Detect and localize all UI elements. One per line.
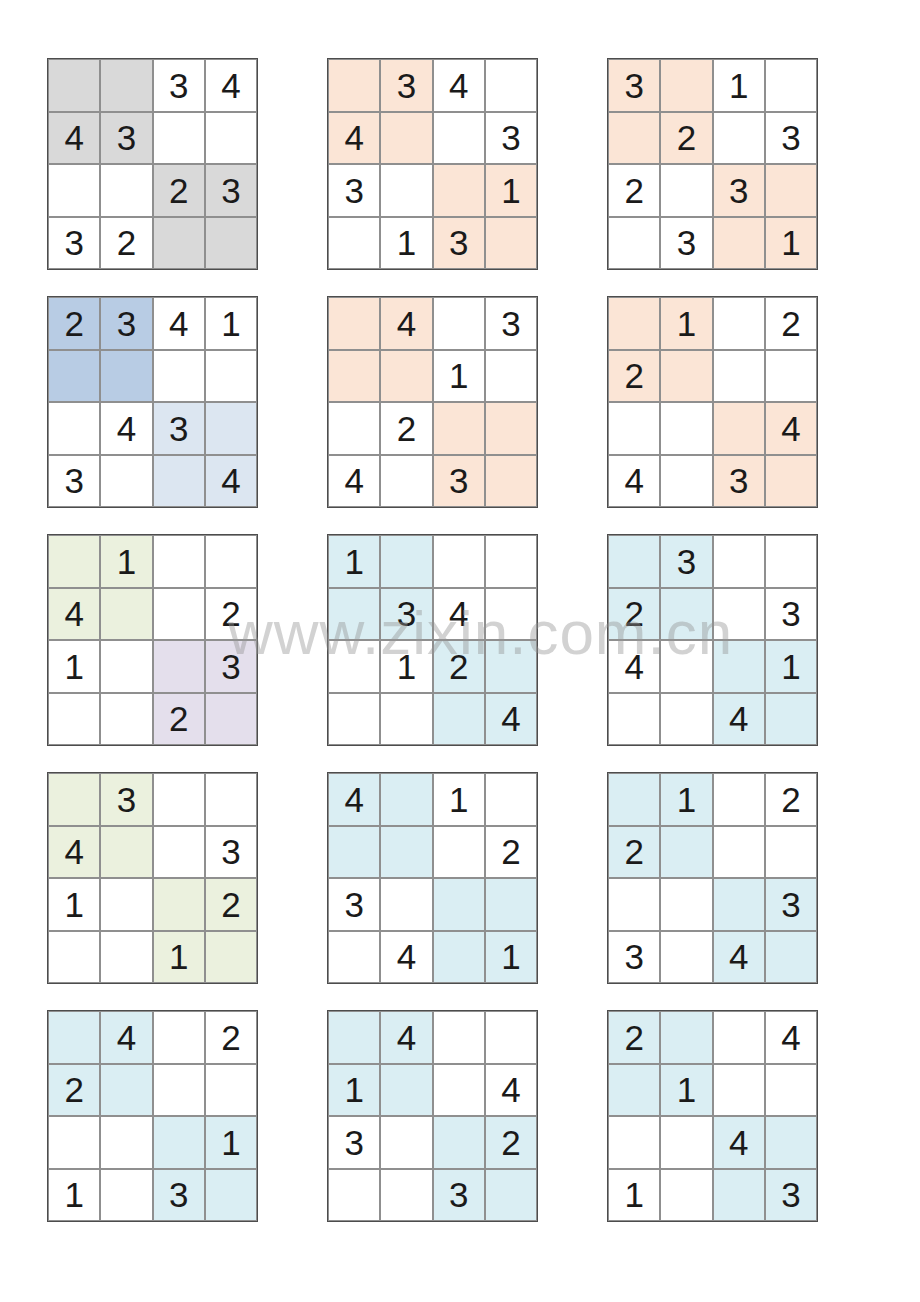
board4-cell-r2c1 (48, 350, 100, 403)
board15-cell-r3c2 (660, 1116, 712, 1169)
board12-cell-r1c4: 2 (765, 773, 817, 826)
board9-cell-r4c3: 4 (713, 693, 765, 746)
board14-cell-r4c1 (328, 1169, 380, 1222)
board7-cell-r4c4 (205, 693, 257, 746)
board13-cell-r3c2 (100, 1116, 152, 1169)
board4-cell-r1c4: 1 (205, 297, 257, 350)
board1-cell-r1c2 (100, 59, 152, 112)
board4-cell-r3c1 (48, 402, 100, 455)
board13-cell-r1c2: 4 (100, 1011, 152, 1064)
board14-cell-r2c1: 1 (328, 1064, 380, 1117)
board12-cell-r3c2 (660, 878, 712, 931)
board8-cell-r4c3 (433, 693, 485, 746)
board14-cell-r1c3 (433, 1011, 485, 1064)
board10-cell-r3c4: 2 (205, 878, 257, 931)
board15-cell-r1c4: 4 (765, 1011, 817, 1064)
board7-cell-r1c4 (205, 535, 257, 588)
board5-cell-r3c3 (433, 402, 485, 455)
board4-cell-r1c2: 3 (100, 297, 152, 350)
board8-cell-r1c3 (433, 535, 485, 588)
board15-cell-r4c1: 1 (608, 1169, 660, 1222)
board14-cell-r3c4: 2 (485, 1116, 537, 1169)
board14-cell-r2c2 (380, 1064, 432, 1117)
board3-cell-r4c3 (713, 217, 765, 270)
board6-cell-r4c1: 4 (608, 455, 660, 508)
board7-cell-r3c1: 1 (48, 640, 100, 693)
board11-cell-r3c1: 3 (328, 878, 380, 931)
board8-cell-r1c1: 1 (328, 535, 380, 588)
board10-cell-r1c3 (153, 773, 205, 826)
board13-cell-r4c3: 3 (153, 1169, 205, 1222)
board13-cell-r3c4: 1 (205, 1116, 257, 1169)
board1-cell-r2c2: 3 (100, 112, 152, 165)
board2-cell-r1c2: 3 (380, 59, 432, 112)
board13-cell-r2c3 (153, 1064, 205, 1117)
board9-cell-r1c3 (713, 535, 765, 588)
board10-cell-r2c1: 4 (48, 826, 100, 879)
sudoku-board-8: 134124 (327, 534, 538, 746)
board9-cell-r3c4: 1 (765, 640, 817, 693)
board6-cell-r1c3 (713, 297, 765, 350)
board8-cell-r4c2 (380, 693, 432, 746)
board3-cell-r4c1 (608, 217, 660, 270)
board11-cell-r2c1 (328, 826, 380, 879)
board12-cell-r2c4 (765, 826, 817, 879)
board10-cell-r1c4 (205, 773, 257, 826)
board1-cell-r3c4: 3 (205, 164, 257, 217)
board2-cell-r1c3: 4 (433, 59, 485, 112)
board2-cell-r2c2 (380, 112, 432, 165)
board15-cell-r2c1 (608, 1064, 660, 1117)
board14-cell-r4c3: 3 (433, 1169, 485, 1222)
board8-cell-r2c2: 3 (380, 588, 432, 641)
board14-cell-r4c2 (380, 1169, 432, 1222)
board7-cell-r3c2 (100, 640, 152, 693)
board2-cell-r4c2: 1 (380, 217, 432, 270)
board5-cell-r2c2 (380, 350, 432, 403)
board14-cell-r2c3 (433, 1064, 485, 1117)
board13-cell-r2c2 (100, 1064, 152, 1117)
board3-cell-r3c3: 3 (713, 164, 765, 217)
board6-cell-r4c2 (660, 455, 712, 508)
board5-cell-r3c4 (485, 402, 537, 455)
board9-cell-r2c1: 2 (608, 588, 660, 641)
board11-cell-r3c4 (485, 878, 537, 931)
board7-cell-r2c1: 4 (48, 588, 100, 641)
board15-cell-r3c4 (765, 1116, 817, 1169)
board5-cell-r2c1 (328, 350, 380, 403)
board2-cell-r4c3: 3 (433, 217, 485, 270)
board2-cell-r3c4: 1 (485, 164, 537, 217)
board7-cell-r1c2: 1 (100, 535, 152, 588)
sudoku-board-1: 34432332 (47, 58, 258, 270)
board6-cell-r4c3: 3 (713, 455, 765, 508)
sudoku-board-5: 431243 (327, 296, 538, 508)
board9-cell-r4c4 (765, 693, 817, 746)
board1-cell-r1c3: 3 (153, 59, 205, 112)
board13-cell-r4c4 (205, 1169, 257, 1222)
board1-cell-r2c1: 4 (48, 112, 100, 165)
board9-cell-r4c2 (660, 693, 712, 746)
board13-cell-r4c1: 1 (48, 1169, 100, 1222)
board15-cell-r2c3 (713, 1064, 765, 1117)
worksheet: 3443233234433113312323312341433443124312… (47, 58, 818, 1222)
sudoku-board-3: 31232331 (607, 58, 818, 270)
board11-cell-r4c2: 4 (380, 931, 432, 984)
board15-cell-r4c3 (713, 1169, 765, 1222)
board3-cell-r4c4: 1 (765, 217, 817, 270)
board5-cell-r3c2: 2 (380, 402, 432, 455)
board7-cell-r2c2 (100, 588, 152, 641)
board12-cell-r4c4 (765, 931, 817, 984)
board11-cell-r4c3 (433, 931, 485, 984)
board5-cell-r2c4 (485, 350, 537, 403)
board12-cell-r3c1 (608, 878, 660, 931)
board11-cell-r3c3 (433, 878, 485, 931)
board13-cell-r4c2 (100, 1169, 152, 1222)
board9-cell-r1c1 (608, 535, 660, 588)
board8-cell-r4c1 (328, 693, 380, 746)
sudoku-board-9: 323414 (607, 534, 818, 746)
board7-cell-r4c2 (100, 693, 152, 746)
board5-cell-r1c3 (433, 297, 485, 350)
board3-cell-r3c1: 2 (608, 164, 660, 217)
board14-cell-r1c4 (485, 1011, 537, 1064)
board11-cell-r4c4: 1 (485, 931, 537, 984)
board3-cell-r2c4: 3 (765, 112, 817, 165)
board2-cell-r2c1: 4 (328, 112, 380, 165)
board1-cell-r4c1: 3 (48, 217, 100, 270)
board15-cell-r3c3: 4 (713, 1116, 765, 1169)
board8-cell-r3c3: 2 (433, 640, 485, 693)
board13-cell-r1c4: 2 (205, 1011, 257, 1064)
board4-cell-r4c1: 3 (48, 455, 100, 508)
board2-cell-r3c1: 3 (328, 164, 380, 217)
board2-cell-r3c3 (433, 164, 485, 217)
board3-cell-r2c1 (608, 112, 660, 165)
board1-cell-r3c1 (48, 164, 100, 217)
board1-cell-r4c2: 2 (100, 217, 152, 270)
board8-cell-r3c1 (328, 640, 380, 693)
board12-cell-r1c1 (608, 773, 660, 826)
board4-cell-r2c3 (153, 350, 205, 403)
board12-cell-r2c3 (713, 826, 765, 879)
board7-cell-r4c1 (48, 693, 100, 746)
board3-cell-r1c3: 1 (713, 59, 765, 112)
board1-cell-r3c2 (100, 164, 152, 217)
board2-cell-r2c4: 3 (485, 112, 537, 165)
board4-cell-r4c2 (100, 455, 152, 508)
board10-cell-r1c1 (48, 773, 100, 826)
board2-cell-r3c2 (380, 164, 432, 217)
board1-cell-r2c4 (205, 112, 257, 165)
board8-cell-r4c4: 4 (485, 693, 537, 746)
board4-cell-r1c3: 4 (153, 297, 205, 350)
board6-cell-r2c4 (765, 350, 817, 403)
board15-cell-r4c2 (660, 1169, 712, 1222)
board14-cell-r1c1 (328, 1011, 380, 1064)
board5-cell-r4c1: 4 (328, 455, 380, 508)
board12-cell-r2c2 (660, 826, 712, 879)
board12-cell-r4c1: 3 (608, 931, 660, 984)
board6-cell-r4c4 (765, 455, 817, 508)
board11-cell-r2c4: 2 (485, 826, 537, 879)
board12-cell-r3c3 (713, 878, 765, 931)
board10-cell-r3c3 (153, 878, 205, 931)
board14-cell-r3c2 (380, 1116, 432, 1169)
board14-cell-r3c1: 3 (328, 1116, 380, 1169)
board10-cell-r1c2: 3 (100, 773, 152, 826)
board3-cell-r2c3 (713, 112, 765, 165)
board6-cell-r1c1 (608, 297, 660, 350)
board8-cell-r3c2: 1 (380, 640, 432, 693)
board10-cell-r3c2 (100, 878, 152, 931)
board6-cell-r3c3 (713, 402, 765, 455)
board14-cell-r4c4 (485, 1169, 537, 1222)
board7-cell-r3c4: 3 (205, 640, 257, 693)
board15-cell-r2c2: 1 (660, 1064, 712, 1117)
board11-cell-r4c1 (328, 931, 380, 984)
board10-cell-r2c4: 3 (205, 826, 257, 879)
board11-cell-r1c4 (485, 773, 537, 826)
board12-cell-r4c2 (660, 931, 712, 984)
board5-cell-r4c2 (380, 455, 432, 508)
board11-cell-r1c1: 4 (328, 773, 380, 826)
board6-cell-r2c3 (713, 350, 765, 403)
board4-cell-r3c4 (205, 402, 257, 455)
sudoku-board-6: 122443 (607, 296, 818, 508)
board3-cell-r1c2 (660, 59, 712, 112)
board2-cell-r2c3 (433, 112, 485, 165)
board14-cell-r2c4: 4 (485, 1064, 537, 1117)
board3-cell-r2c2: 2 (660, 112, 712, 165)
board11-cell-r1c3: 1 (433, 773, 485, 826)
board8-cell-r1c2 (380, 535, 432, 588)
board8-cell-r2c3: 4 (433, 588, 485, 641)
board5-cell-r3c1 (328, 402, 380, 455)
board13-cell-r2c1: 2 (48, 1064, 100, 1117)
sudoku-board-12: 122334 (607, 772, 818, 984)
board1-cell-r4c4 (205, 217, 257, 270)
board6-cell-r1c2: 1 (660, 297, 712, 350)
board9-cell-r3c1: 4 (608, 640, 660, 693)
sudoku-board-15: 241413 (607, 1010, 818, 1222)
board5-cell-r4c3: 3 (433, 455, 485, 508)
board11-cell-r3c2 (380, 878, 432, 931)
board10-cell-r2c2 (100, 826, 152, 879)
board1-cell-r4c3 (153, 217, 205, 270)
board12-cell-r1c3 (713, 773, 765, 826)
board4-cell-r1c1: 2 (48, 297, 100, 350)
board2-cell-r4c4 (485, 217, 537, 270)
board2-cell-r1c4 (485, 59, 537, 112)
board3-cell-r3c4 (765, 164, 817, 217)
sudoku-board-2: 34433113 (327, 58, 538, 270)
board9-cell-r2c4: 3 (765, 588, 817, 641)
board11-cell-r2c3 (433, 826, 485, 879)
board2-cell-r4c1 (328, 217, 380, 270)
board11-cell-r2c2 (380, 826, 432, 879)
board2-cell-r1c1 (328, 59, 380, 112)
board9-cell-r1c4 (765, 535, 817, 588)
board10-cell-r4c2 (100, 931, 152, 984)
sudoku-board-14: 414323 (327, 1010, 538, 1222)
board9-cell-r3c3 (713, 640, 765, 693)
board8-cell-r3c4 (485, 640, 537, 693)
board8-cell-r1c4 (485, 535, 537, 588)
board13-cell-r3c1 (48, 1116, 100, 1169)
board9-cell-r4c1 (608, 693, 660, 746)
board12-cell-r1c2: 1 (660, 773, 712, 826)
board3-cell-r4c2: 3 (660, 217, 712, 270)
board7-cell-r1c3 (153, 535, 205, 588)
board15-cell-r1c3 (713, 1011, 765, 1064)
board15-cell-r2c4 (765, 1064, 817, 1117)
board12-cell-r4c3: 4 (713, 931, 765, 984)
board7-cell-r2c4: 2 (205, 588, 257, 641)
board6-cell-r3c2 (660, 402, 712, 455)
board6-cell-r3c1 (608, 402, 660, 455)
board1-cell-r2c3 (153, 112, 205, 165)
board11-cell-r1c2 (380, 773, 432, 826)
board4-cell-r3c2: 4 (100, 402, 152, 455)
board6-cell-r2c1: 2 (608, 350, 660, 403)
board9-cell-r1c2: 3 (660, 535, 712, 588)
board14-cell-r1c2: 4 (380, 1011, 432, 1064)
board7-cell-r2c3 (153, 588, 205, 641)
board5-cell-r1c4: 3 (485, 297, 537, 350)
board9-cell-r3c2 (660, 640, 712, 693)
board7-cell-r1c1 (48, 535, 100, 588)
board10-cell-r2c3 (153, 826, 205, 879)
board4-cell-r3c3: 3 (153, 402, 205, 455)
board13-cell-r1c1 (48, 1011, 100, 1064)
board5-cell-r4c4 (485, 455, 537, 508)
board5-cell-r2c3: 1 (433, 350, 485, 403)
board9-cell-r2c3 (713, 588, 765, 641)
sudoku-board-11: 412341 (327, 772, 538, 984)
board7-cell-r3c3 (153, 640, 205, 693)
board4-cell-r4c4: 4 (205, 455, 257, 508)
board8-cell-r2c1 (328, 588, 380, 641)
board15-cell-r1c2 (660, 1011, 712, 1064)
board3-cell-r1c1: 3 (608, 59, 660, 112)
board6-cell-r2c2 (660, 350, 712, 403)
board10-cell-r3c1: 1 (48, 878, 100, 931)
board13-cell-r1c3 (153, 1011, 205, 1064)
board6-cell-r3c4: 4 (765, 402, 817, 455)
board10-cell-r4c1 (48, 931, 100, 984)
board8-cell-r2c4 (485, 588, 537, 641)
board13-cell-r3c3 (153, 1116, 205, 1169)
board7-cell-r4c3: 2 (153, 693, 205, 746)
board3-cell-r3c2 (660, 164, 712, 217)
board1-cell-r1c1 (48, 59, 100, 112)
sudoku-board-4: 23414334 (47, 296, 258, 508)
sudoku-board-7: 142132 (47, 534, 258, 746)
board14-cell-r3c3 (433, 1116, 485, 1169)
board3-cell-r1c4 (765, 59, 817, 112)
board15-cell-r1c1: 2 (608, 1011, 660, 1064)
board15-cell-r4c4: 3 (765, 1169, 817, 1222)
sudoku-board-13: 422113 (47, 1010, 258, 1222)
sudoku-board-10: 343121 (47, 772, 258, 984)
board1-cell-r1c4: 4 (205, 59, 257, 112)
board10-cell-r4c4 (205, 931, 257, 984)
board4-cell-r2c4 (205, 350, 257, 403)
board13-cell-r2c4 (205, 1064, 257, 1117)
board5-cell-r1c2: 4 (380, 297, 432, 350)
board9-cell-r2c2 (660, 588, 712, 641)
board10-cell-r4c3: 1 (153, 931, 205, 984)
board12-cell-r2c1: 2 (608, 826, 660, 879)
board5-cell-r1c1 (328, 297, 380, 350)
board6-cell-r1c4: 2 (765, 297, 817, 350)
board15-cell-r3c1 (608, 1116, 660, 1169)
board4-cell-r2c2 (100, 350, 152, 403)
board12-cell-r3c4: 3 (765, 878, 817, 931)
board1-cell-r3c3: 2 (153, 164, 205, 217)
board4-cell-r4c3 (153, 455, 205, 508)
